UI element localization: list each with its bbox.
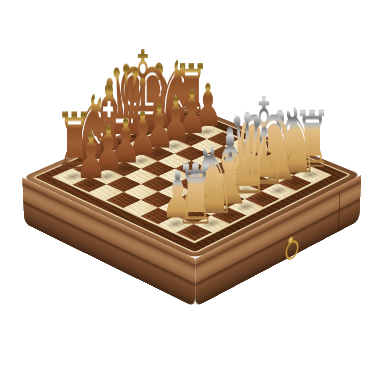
drawer-ring-handle[interactable] xyxy=(284,234,297,264)
chess-box: ♜♞♝♛♚♝♞♜♟♟♟♟♟♟♟♟♟♟♟♟♟♟♟♟♜♞♝♛♚♝♞♜ xyxy=(22,105,361,259)
ring-loop-icon xyxy=(285,237,299,263)
drawer-seam xyxy=(338,193,340,230)
square-a7[interactable]: ♟ xyxy=(72,177,106,193)
square-a1[interactable]: ♜ xyxy=(176,224,212,241)
product-photo-scene: ♜♞♝♛♚♝♞♜♟♟♟♟♟♟♟♟♟♟♟♟♟♟♟♟♜♞♝♛♚♝♞♜ xyxy=(0,0,385,385)
piece-black-pawn[interactable]: ♟ xyxy=(58,126,125,189)
piece-white-rook[interactable]: ♜ xyxy=(161,154,231,236)
ring-pin-icon xyxy=(288,236,293,245)
